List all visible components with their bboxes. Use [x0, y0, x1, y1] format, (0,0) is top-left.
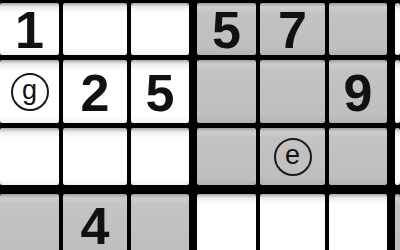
circled-letter: e [285, 142, 300, 169]
circled-letter: g [22, 77, 37, 104]
sudoku-cell-r3c2[interactable] [131, 194, 189, 250]
given-digit: 1 [15, 4, 44, 56]
sudoku-cell-r3c5[interactable] [329, 194, 387, 250]
given-digit: 7 [278, 4, 307, 56]
sudoku-cell-r0c6[interactable] [395, 3, 400, 55]
sudoku-cell-r2c6[interactable] [395, 128, 400, 185]
sudoku-cell-r0c2[interactable] [131, 3, 189, 55]
sudoku-cell-r1c0[interactable]: g [0, 60, 59, 123]
given-digit: 5 [212, 4, 241, 56]
given-digit: 2 [81, 67, 110, 119]
sudoku-cell-r0c3[interactable]: 5 [197, 3, 256, 55]
circled-letter-mark: e [274, 138, 312, 176]
circled-letter-mark: g [11, 73, 49, 111]
sudoku-cell-r2c3[interactable] [197, 128, 256, 185]
sudoku-cell-r2c5[interactable] [329, 128, 387, 185]
sudoku-cell-r1c2[interactable]: 5 [131, 60, 189, 123]
sudoku-cell-r1c3[interactable] [197, 60, 256, 123]
sudoku-cell-r0c5[interactable] [329, 3, 387, 55]
sudoku-cell-r2c2[interactable] [131, 128, 189, 185]
sudoku-cell-r1c6[interactable] [395, 60, 400, 123]
sudoku-cell-r0c1[interactable] [63, 3, 127, 55]
sudoku-board: 157g259e4 [0, 0, 400, 250]
sudoku-cell-r1c4[interactable] [260, 60, 325, 123]
sudoku-cell-r3c1[interactable]: 4 [63, 194, 127, 250]
sudoku-cell-r1c5[interactable]: 9 [329, 60, 387, 123]
sudoku-cell-r2c0[interactable] [0, 128, 59, 185]
sudoku-cell-r0c0[interactable]: 1 [0, 3, 59, 55]
given-digit: 9 [344, 67, 373, 119]
sudoku-cell-r1c1[interactable]: 2 [63, 60, 127, 123]
sudoku-cell-r2c4[interactable]: e [260, 128, 325, 185]
sudoku-cell-r2c1[interactable] [63, 128, 127, 185]
sudoku-cell-r3c6[interactable] [395, 194, 400, 250]
given-digit: 4 [81, 200, 110, 250]
given-digit: 5 [146, 67, 175, 119]
sudoku-cell-r0c4[interactable]: 7 [260, 3, 325, 55]
sudoku-cell-r3c4[interactable] [260, 194, 325, 250]
sudoku-cell-r3c0[interactable] [0, 194, 59, 250]
sudoku-cell-r3c3[interactable] [197, 194, 256, 250]
